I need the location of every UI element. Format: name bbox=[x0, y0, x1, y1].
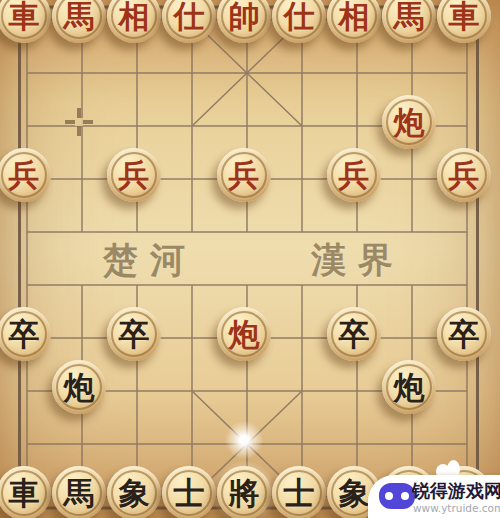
piece-glyph: 馬 bbox=[64, 1, 95, 32]
xiangqi-piece-black-r9c4[interactable]: 將 bbox=[217, 466, 271, 518]
xiangqi-piece-red-r0c0[interactable]: 車 bbox=[0, 0, 51, 43]
xiangqi-piece-red-r0c8[interactable]: 車 bbox=[437, 0, 491, 43]
watermark-banner: 锐得游戏网 www.ytruide.com bbox=[368, 475, 500, 518]
piece-glyph: 兵 bbox=[229, 160, 260, 191]
piece-glyph: 炮 bbox=[229, 319, 260, 350]
xiangqi-piece-red-r6c4[interactable]: 炮 bbox=[217, 307, 271, 361]
xiangqi-piece-red-r0c3[interactable]: 仕 bbox=[162, 0, 216, 43]
piece-glyph: 車 bbox=[9, 1, 40, 32]
piece-glyph: 兵 bbox=[119, 160, 150, 191]
piece-glyph: 相 bbox=[119, 1, 150, 32]
piece-glyph: 卒 bbox=[339, 319, 370, 350]
xiangqi-piece-red-r2c7[interactable]: 炮 bbox=[382, 95, 436, 149]
piece-glyph: 卒 bbox=[119, 319, 150, 350]
piece-glyph: 車 bbox=[449, 1, 480, 32]
piece-glyph: 仕 bbox=[174, 1, 205, 32]
piece-glyph: 象 bbox=[339, 478, 370, 509]
xiangqi-piece-black-r7c7[interactable]: 炮 bbox=[382, 360, 436, 414]
piece-glyph: 兵 bbox=[9, 160, 40, 191]
xiangqi-piece-red-r3c6[interactable]: 兵 bbox=[327, 148, 381, 202]
gamepad-icon bbox=[379, 483, 415, 509]
xiangqi-piece-black-r6c2[interactable]: 卒 bbox=[107, 307, 161, 361]
xiangqi-piece-red-r0c5[interactable]: 仕 bbox=[272, 0, 326, 43]
xiangqi-piece-black-r9c3[interactable]: 士 bbox=[162, 466, 216, 518]
xiangqi-piece-red-r0c4[interactable]: 帥 bbox=[217, 0, 271, 43]
xiangqi-piece-red-r3c0[interactable]: 兵 bbox=[0, 148, 51, 202]
xiangqi-piece-black-r7c1[interactable]: 炮 bbox=[52, 360, 106, 414]
piece-glyph: 士 bbox=[284, 478, 315, 509]
xiangqi-piece-black-r6c0[interactable]: 卒 bbox=[0, 307, 51, 361]
xiangqi-piece-red-r0c6[interactable]: 相 bbox=[327, 0, 381, 43]
watermark-site-name: 锐得游戏网 bbox=[412, 479, 500, 503]
xiangqi-piece-black-r9c2[interactable]: 象 bbox=[107, 466, 161, 518]
piece-glyph: 炮 bbox=[394, 372, 425, 403]
xiangqi-piece-red-r0c1[interactable]: 馬 bbox=[52, 0, 106, 43]
piece-glyph: 車 bbox=[9, 478, 40, 509]
piece-glyph: 兵 bbox=[449, 160, 480, 191]
watermark-site-url: www.ytruide.com bbox=[413, 502, 500, 514]
xiangqi-piece-black-r9c1[interactable]: 馬 bbox=[52, 466, 106, 518]
xiangqi-game-screen: 楚河 漢界 車馬相仕帥仕相馬車炮兵兵兵兵兵卒卒炮卒卒炮炮車馬象士將士象馬車 锐得… bbox=[0, 0, 500, 518]
xiangqi-piece-red-r3c2[interactable]: 兵 bbox=[107, 148, 161, 202]
piece-glyph: 馬 bbox=[394, 1, 425, 32]
xiangqi-piece-red-r0c2[interactable]: 相 bbox=[107, 0, 161, 43]
piece-glyph: 卒 bbox=[449, 319, 480, 350]
piece-glyph: 士 bbox=[174, 478, 205, 509]
xiangqi-piece-red-r0c7[interactable]: 馬 bbox=[382, 0, 436, 43]
piece-glyph: 相 bbox=[339, 1, 370, 32]
piece-glyph: 帥 bbox=[229, 1, 260, 32]
piece-glyph: 馬 bbox=[64, 478, 95, 509]
move-origin-cross-marker bbox=[55, 100, 110, 153]
xiangqi-piece-black-r9c5[interactable]: 士 bbox=[272, 466, 326, 518]
piece-glyph: 仕 bbox=[284, 1, 315, 32]
xiangqi-piece-black-r6c8[interactable]: 卒 bbox=[437, 307, 491, 361]
piece-glyph: 兵 bbox=[339, 160, 370, 191]
xiangqi-piece-red-r3c8[interactable]: 兵 bbox=[437, 148, 491, 202]
piece-glyph: 炮 bbox=[394, 107, 425, 138]
piece-glyph: 將 bbox=[229, 478, 260, 509]
piece-glyph: 炮 bbox=[64, 372, 95, 403]
xiangqi-piece-red-r3c4[interactable]: 兵 bbox=[217, 148, 271, 202]
piece-glyph: 象 bbox=[119, 478, 150, 509]
xiangqi-piece-black-r9c0[interactable]: 車 bbox=[0, 466, 51, 518]
piece-glyph: 卒 bbox=[9, 319, 40, 350]
xiangqi-piece-black-r6c6[interactable]: 卒 bbox=[327, 307, 381, 361]
xiangqi-board: 車馬相仕帥仕相馬車炮兵兵兵兵兵卒卒炮卒卒炮炮車馬象士將士象馬車 bbox=[0, 0, 495, 518]
